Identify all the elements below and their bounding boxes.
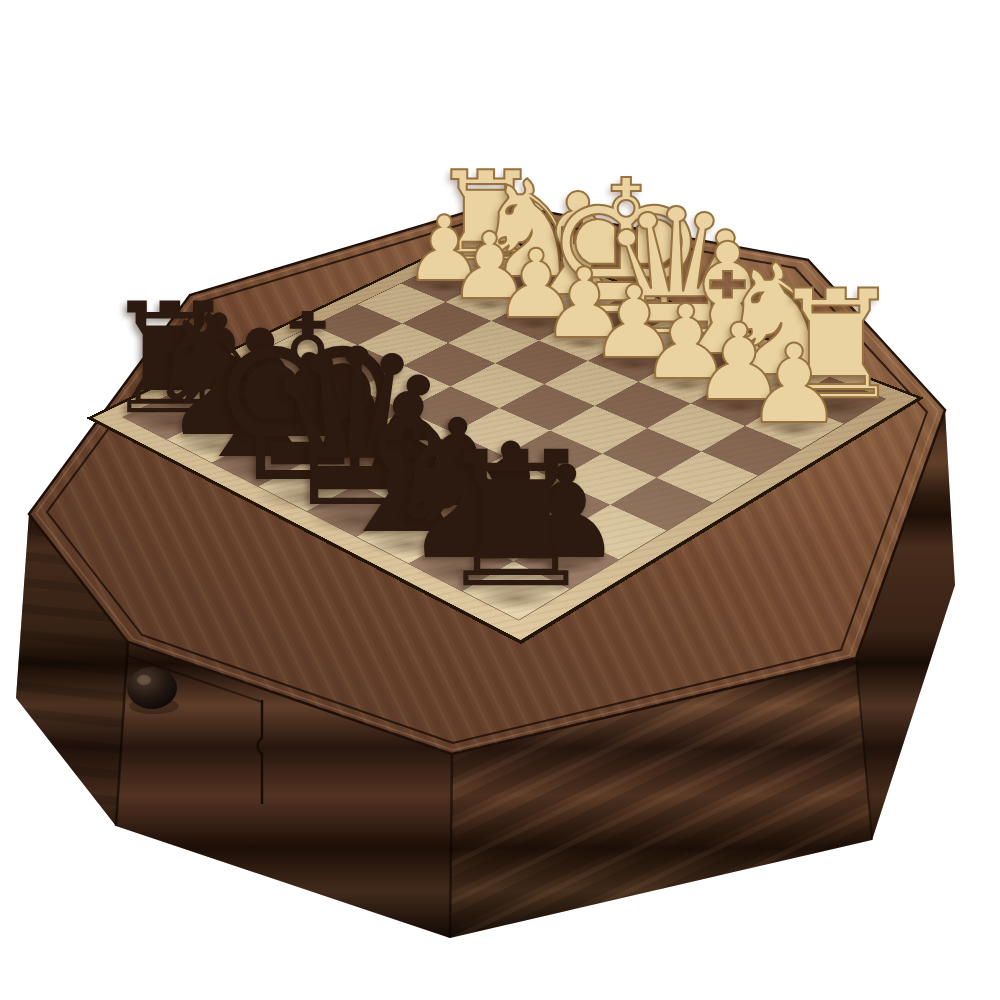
piece-white-pawn[interactable]: ♟	[745, 330, 843, 439]
drawer-knob-highlight	[137, 675, 151, 685]
product-photo-stage: ♜♞♝♛♚♝♞♜♟♟♟♟♟♟♟♟♟♟♟♟♟♟♟♟♜♞♝♛♚♝♞♜	[0, 0, 1000, 1000]
piece-black-rook[interactable]: ♜	[432, 427, 600, 614]
drawer-knob[interactable]	[127, 667, 177, 709]
